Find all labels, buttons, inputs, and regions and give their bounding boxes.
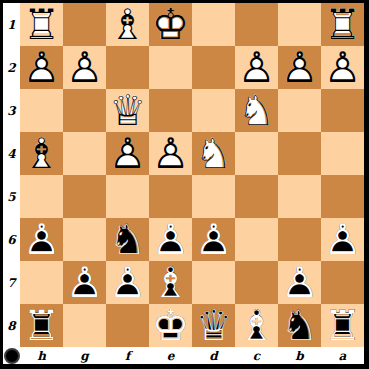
file-label-e: e bbox=[149, 347, 192, 364]
square-d4[interactable]: ♞♘ bbox=[192, 132, 235, 175]
square-a4[interactable] bbox=[321, 132, 364, 175]
file-label-h: h bbox=[20, 347, 63, 364]
square-f8[interactable] bbox=[106, 304, 149, 347]
square-b2[interactable]: ♟♙ bbox=[278, 46, 321, 89]
square-g4[interactable] bbox=[63, 132, 106, 175]
square-b7[interactable]: ♟♙ bbox=[278, 261, 321, 304]
square-c4[interactable] bbox=[235, 132, 278, 175]
square-a1[interactable]: ♜♖ bbox=[321, 3, 364, 46]
square-f5[interactable] bbox=[106, 175, 149, 218]
file-label-a: a bbox=[321, 347, 364, 364]
square-g7[interactable]: ♟♙ bbox=[63, 261, 106, 304]
square-f6[interactable]: ♞♘ bbox=[106, 218, 149, 261]
square-h5[interactable] bbox=[20, 175, 63, 218]
square-d7[interactable] bbox=[192, 261, 235, 304]
square-c7[interactable] bbox=[235, 261, 278, 304]
square-g1[interactable] bbox=[63, 3, 106, 46]
rank-label-2: 2 bbox=[3, 46, 20, 89]
square-b8[interactable]: ♞♘ bbox=[278, 304, 321, 347]
square-f7[interactable]: ♟♙ bbox=[106, 261, 149, 304]
square-e6[interactable]: ♟♙ bbox=[149, 218, 192, 261]
square-e7[interactable]: ♝♗ bbox=[149, 261, 192, 304]
square-b3[interactable] bbox=[278, 89, 321, 132]
square-b4[interactable] bbox=[278, 132, 321, 175]
rank-label-1: 1 bbox=[3, 3, 20, 46]
square-d1[interactable] bbox=[192, 3, 235, 46]
square-a2[interactable]: ♟♙ bbox=[321, 46, 364, 89]
board-grid: 1♜♖♝♗♚♔♜♖2♟♙♟♙♟♙♟♙♟♙3♛♕♞♘4♝♗♟♙♟♙♞♘56♟♙♞♘… bbox=[3, 3, 364, 364]
square-h2[interactable]: ♟♙ bbox=[20, 46, 63, 89]
square-e4[interactable]: ♟♙ bbox=[149, 132, 192, 175]
square-d8[interactable]: ♛♕ bbox=[192, 304, 235, 347]
square-c6[interactable] bbox=[235, 218, 278, 261]
square-a5[interactable] bbox=[321, 175, 364, 218]
square-b5[interactable] bbox=[278, 175, 321, 218]
rank-label-4: 4 bbox=[3, 132, 20, 175]
square-h1[interactable]: ♜♖ bbox=[20, 3, 63, 46]
square-g5[interactable] bbox=[63, 175, 106, 218]
square-c5[interactable] bbox=[235, 175, 278, 218]
square-h3[interactable] bbox=[20, 89, 63, 132]
square-a6[interactable]: ♟♙ bbox=[321, 218, 364, 261]
square-d6[interactable]: ♟♙ bbox=[192, 218, 235, 261]
square-e1[interactable]: ♚♔ bbox=[149, 3, 192, 46]
square-g8[interactable] bbox=[63, 304, 106, 347]
square-b6[interactable] bbox=[278, 218, 321, 261]
square-c8[interactable]: ♝♗ bbox=[235, 304, 278, 347]
square-a3[interactable] bbox=[321, 89, 364, 132]
square-c3[interactable]: ♞♘ bbox=[235, 89, 278, 132]
square-f3[interactable]: ♛♕ bbox=[106, 89, 149, 132]
square-g6[interactable] bbox=[63, 218, 106, 261]
square-d3[interactable] bbox=[192, 89, 235, 132]
square-h6[interactable]: ♟♙ bbox=[20, 218, 63, 261]
square-f1[interactable]: ♝♗ bbox=[106, 3, 149, 46]
rank-label-5: 5 bbox=[3, 175, 20, 218]
square-h8[interactable]: ♜♖ bbox=[20, 304, 63, 347]
square-c2[interactable]: ♟♙ bbox=[235, 46, 278, 89]
file-label-f: f bbox=[106, 347, 149, 364]
file-label-c: c bbox=[235, 347, 278, 364]
square-f2[interactable] bbox=[106, 46, 149, 89]
file-label-g: g bbox=[63, 347, 106, 364]
rank-label-8: 8 bbox=[3, 304, 20, 347]
rank-label-3: 3 bbox=[3, 89, 20, 132]
square-d2[interactable] bbox=[192, 46, 235, 89]
rank-label-7: 7 bbox=[3, 261, 20, 304]
square-h4[interactable]: ♝♗ bbox=[20, 132, 63, 175]
square-e5[interactable] bbox=[149, 175, 192, 218]
square-a7[interactable] bbox=[321, 261, 364, 304]
square-e8[interactable]: ♚♔ bbox=[149, 304, 192, 347]
square-d5[interactable] bbox=[192, 175, 235, 218]
file-label-b: b bbox=[278, 347, 321, 364]
board-frame: 1♜♖♝♗♚♔♜♖2♟♙♟♙♟♙♟♙♟♙3♛♕♞♘4♝♗♟♙♟♙♞♘56♟♙♞♘… bbox=[0, 0, 369, 369]
rank-label-6: 6 bbox=[3, 218, 20, 261]
corner-cell bbox=[3, 347, 20, 364]
square-f4[interactable]: ♟♙ bbox=[106, 132, 149, 175]
square-g3[interactable] bbox=[63, 89, 106, 132]
square-g2[interactable]: ♟♙ bbox=[63, 46, 106, 89]
square-c1[interactable] bbox=[235, 3, 278, 46]
square-b1[interactable] bbox=[278, 3, 321, 46]
square-e3[interactable] bbox=[149, 89, 192, 132]
square-a8[interactable]: ♜♖ bbox=[321, 304, 364, 347]
file-label-d: d bbox=[192, 347, 235, 364]
square-e2[interactable] bbox=[149, 46, 192, 89]
square-h7[interactable] bbox=[20, 261, 63, 304]
black-to-move-indicator bbox=[4, 348, 20, 364]
